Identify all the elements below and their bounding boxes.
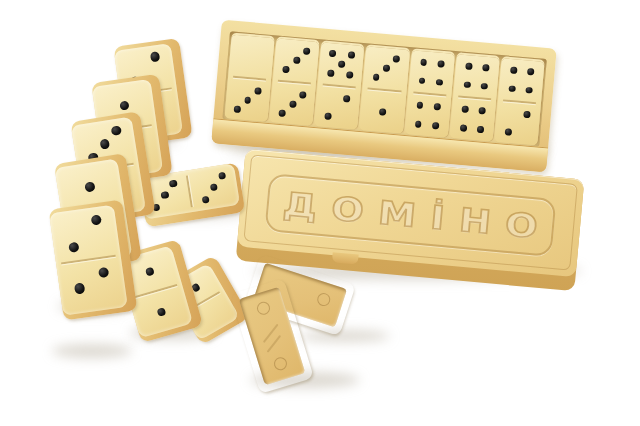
emboss-mark <box>267 335 282 353</box>
pip <box>84 181 96 193</box>
pip <box>504 129 511 136</box>
pip <box>459 124 466 131</box>
pip <box>210 183 219 192</box>
box-domino-2[interactable] <box>269 38 319 125</box>
domino-half-top <box>453 54 500 98</box>
pip <box>437 60 444 67</box>
pip <box>480 83 487 90</box>
pip <box>379 108 386 115</box>
pip <box>461 106 468 113</box>
pip <box>282 66 289 73</box>
box-domino-4[interactable] <box>359 46 409 133</box>
domino-half-top <box>273 38 320 82</box>
mold-mark <box>255 300 271 316</box>
pip <box>527 68 534 75</box>
pip <box>416 102 423 109</box>
pip <box>383 65 390 72</box>
pip <box>435 79 442 86</box>
pip <box>144 266 155 277</box>
pip <box>119 100 130 111</box>
pip <box>420 59 427 66</box>
pip <box>90 214 102 226</box>
domino-half-top <box>228 34 275 78</box>
pip <box>97 267 109 279</box>
pip <box>201 195 210 204</box>
mold-mark <box>272 355 288 371</box>
pip <box>156 307 167 318</box>
standing-domino-5[interactable] <box>49 199 138 320</box>
domino-half-bottom <box>56 257 127 316</box>
shadow <box>52 344 132 358</box>
pip <box>150 52 160 62</box>
pip <box>525 86 532 93</box>
domino-half-bottom <box>269 82 316 126</box>
pip <box>523 111 530 118</box>
lid-thumb-tab <box>332 252 359 264</box>
domino-half-bottom <box>359 90 406 134</box>
pip <box>508 85 515 92</box>
pip <box>343 95 350 102</box>
pip <box>161 191 170 200</box>
pip <box>372 74 379 81</box>
pip <box>218 171 227 180</box>
domino-half-bottom <box>494 101 541 145</box>
box-domino-5[interactable] <box>404 50 454 137</box>
domino-half-top <box>49 205 120 264</box>
pip <box>482 64 489 71</box>
pip <box>324 113 331 120</box>
pip <box>465 62 472 69</box>
pip <box>68 242 80 254</box>
pip <box>433 103 440 110</box>
domino-set-photo: ДОМİНО <box>0 0 640 426</box>
domino-half-top <box>498 58 545 102</box>
domino-half-right <box>188 163 240 212</box>
pip <box>244 96 251 103</box>
pip <box>303 47 310 54</box>
domino-face <box>49 205 128 316</box>
pip <box>289 100 296 107</box>
pip <box>299 91 306 98</box>
pip <box>234 105 241 112</box>
pip <box>418 77 425 84</box>
domino-half-bottom <box>314 86 361 130</box>
mold-mark <box>316 291 332 307</box>
pip <box>329 50 336 57</box>
domino-half-top <box>363 46 410 90</box>
shadow <box>300 330 390 342</box>
pip <box>510 66 517 73</box>
box-domino-6[interactable] <box>449 54 499 141</box>
pip <box>414 120 421 127</box>
pip <box>346 72 353 79</box>
pip <box>393 55 400 62</box>
domino-half-bottom <box>449 98 496 142</box>
domino-half-top <box>318 42 365 86</box>
box-domino-7[interactable] <box>494 58 544 145</box>
pip <box>338 61 345 68</box>
pip <box>432 122 439 129</box>
box-domino-3[interactable] <box>314 42 364 129</box>
domino-half-bottom <box>224 78 271 122</box>
domino-half-bottom <box>404 94 451 138</box>
box-domino-1[interactable] <box>224 34 274 121</box>
pip <box>254 87 261 94</box>
pip <box>477 126 484 133</box>
pip <box>348 51 355 58</box>
pip <box>73 283 85 295</box>
domino-half-top <box>408 50 455 94</box>
pip <box>478 107 485 114</box>
pip <box>279 109 286 116</box>
pip <box>327 70 334 77</box>
pip <box>111 125 122 136</box>
pip <box>99 138 110 149</box>
pip <box>463 81 470 88</box>
pip <box>169 179 178 188</box>
pip <box>293 57 300 64</box>
